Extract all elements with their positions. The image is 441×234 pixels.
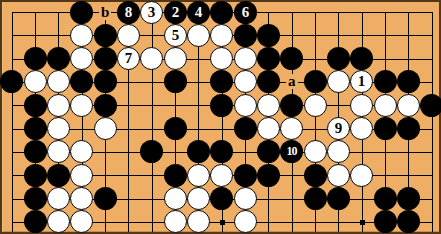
white-stone [210,24,233,47]
black-stone [94,24,117,47]
black-stone [257,70,280,93]
white-stone [24,70,47,93]
white-stone [70,140,93,163]
white-stone [164,47,187,70]
white-stone [47,187,70,210]
move-number: 9 [328,118,349,138]
black-stone [210,1,233,24]
point-label-a: a [286,74,298,89]
star-point [360,220,365,225]
black-stone [374,187,397,210]
black-stone [24,47,47,70]
black-stone [70,1,93,24]
black-stone [187,140,210,163]
white-stone [47,140,70,163]
white-stone [234,187,257,210]
move-4-stone: 4 [187,1,210,24]
white-stone [70,94,93,117]
move-number: 8 [117,1,140,23]
white-stone [47,117,70,140]
white-stone [234,210,257,233]
white-stone [187,187,210,210]
white-stone [350,117,373,140]
move-number: 1 [351,71,372,91]
white-stone [47,70,70,93]
black-stone [257,47,280,70]
white-stone [164,187,187,210]
move-7-stone: 7 [117,47,140,70]
black-stone [374,70,397,93]
black-stone [257,24,280,47]
point-label-b: b [99,5,111,20]
move-9-stone: 9 [327,117,350,140]
white-stone [94,117,117,140]
black-stone [350,47,373,70]
move-number: 10 [280,140,303,162]
white-stone [187,24,210,47]
move-10-stone: 10 [280,140,303,163]
white-stone [187,164,210,187]
move-number: 4 [187,1,210,23]
black-stone [304,164,327,187]
move-1-stone: 1 [350,70,373,93]
white-stone [280,117,303,140]
black-stone [24,117,47,140]
black-stone [257,164,280,187]
black-stone [210,70,233,93]
go-board-diagram: 83246571910ba [0,0,441,234]
grid-line [432,12,433,232]
move-2-stone: 2 [164,1,187,24]
black-stone [304,187,327,210]
black-stone [257,140,280,163]
black-stone [210,94,233,117]
move-number: 2 [164,1,187,23]
white-stone [257,94,280,117]
black-stone [164,70,187,93]
black-stone [374,210,397,233]
black-stone [94,47,117,70]
white-stone [350,94,373,117]
black-stone [24,210,47,233]
black-stone [327,47,350,70]
white-stone [70,24,93,47]
move-number: 5 [165,25,186,45]
black-stone [327,187,350,210]
black-stone [24,187,47,210]
move-8-stone: 8 [117,1,140,24]
black-stone [420,94,441,117]
white-stone [47,210,70,233]
white-stone [327,164,350,187]
black-stone [24,94,47,117]
white-stone [304,94,327,117]
black-stone [47,164,70,187]
black-stone [397,210,420,233]
black-stone [234,164,257,187]
white-stone [187,210,210,233]
white-stone [117,24,140,47]
black-stone [397,117,420,140]
star-point [220,220,225,225]
white-stone [234,70,257,93]
black-stone [397,187,420,210]
black-stone [140,140,163,163]
white-stone [327,70,350,93]
black-stone [94,70,117,93]
white-stone [257,117,280,140]
grid-line [152,12,153,232]
black-stone [94,94,117,117]
black-stone [234,117,257,140]
black-stone [397,70,420,93]
black-stone [280,47,303,70]
white-stone [164,210,187,233]
white-stone [70,164,93,187]
black-stone [210,187,233,210]
white-stone [234,47,257,70]
white-stone [70,210,93,233]
black-stone [280,94,303,117]
white-stone [327,140,350,163]
white-stone [210,164,233,187]
black-stone [234,24,257,47]
black-stone [47,47,70,70]
white-stone [70,187,93,210]
black-stone [24,140,47,163]
black-stone [164,117,187,140]
move-number: 6 [234,1,257,23]
move-3-stone: 3 [140,1,163,24]
white-stone [210,47,233,70]
white-stone [350,164,373,187]
grid-line [12,12,13,232]
white-stone [304,140,327,163]
white-stone [140,47,163,70]
black-stone [70,70,93,93]
black-stone [164,164,187,187]
white-stone [397,94,420,117]
move-number: 7 [118,48,139,68]
black-stone [374,117,397,140]
white-stone [70,47,93,70]
move-number: 3 [141,2,162,22]
white-stone [47,94,70,117]
black-stone [24,164,47,187]
black-stone [210,140,233,163]
white-stone [234,94,257,117]
move-6-stone: 6 [234,1,257,24]
black-stone [94,187,117,210]
move-5-stone: 5 [164,24,187,47]
white-stone [374,94,397,117]
black-stone [304,70,327,93]
black-stone [0,70,23,93]
